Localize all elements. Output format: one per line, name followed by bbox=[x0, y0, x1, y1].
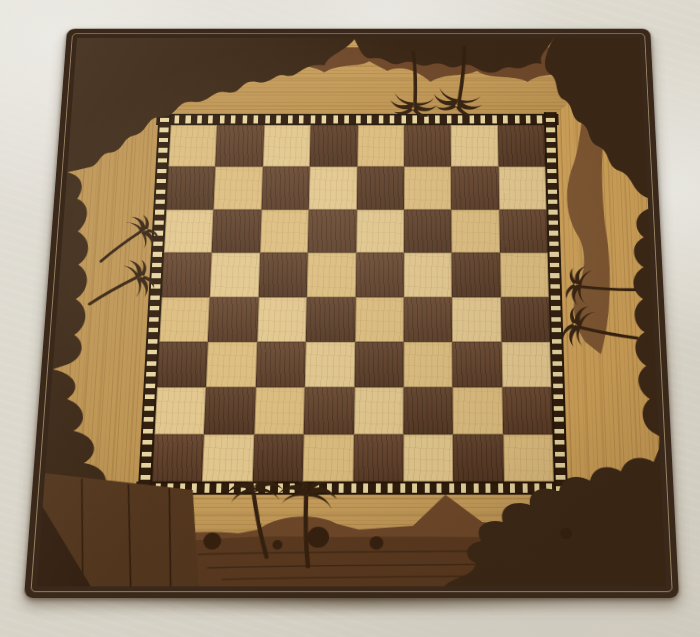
square-g7 bbox=[451, 167, 499, 210]
square-a8 bbox=[168, 125, 217, 167]
square-b8 bbox=[216, 125, 264, 167]
square-d5 bbox=[307, 253, 356, 297]
square-c5 bbox=[258, 253, 307, 297]
scallops-right bbox=[629, 209, 659, 436]
square-d1 bbox=[303, 434, 354, 481]
square-b2 bbox=[204, 387, 255, 434]
square-h6 bbox=[499, 209, 548, 252]
square-f5 bbox=[404, 253, 452, 297]
square-h7 bbox=[498, 167, 546, 210]
board-perspective-wrapper bbox=[24, 29, 679, 598]
square-a4 bbox=[159, 297, 210, 342]
square-c3 bbox=[256, 342, 306, 388]
square-d6 bbox=[308, 209, 356, 252]
square-c2 bbox=[254, 387, 305, 434]
palm-tree-left-2 bbox=[79, 255, 157, 317]
square-c6 bbox=[260, 209, 309, 252]
square-g2 bbox=[453, 387, 503, 434]
square-b4 bbox=[208, 297, 258, 342]
square-f7 bbox=[404, 167, 452, 210]
square-e2 bbox=[354, 387, 404, 434]
square-g1 bbox=[453, 434, 504, 481]
square-e7 bbox=[356, 167, 404, 210]
square-d4 bbox=[306, 297, 355, 342]
square-f1 bbox=[403, 434, 453, 481]
palm-tree-left-1 bbox=[88, 211, 162, 272]
square-c7 bbox=[261, 167, 309, 210]
square-c1 bbox=[253, 434, 304, 481]
square-d7 bbox=[309, 167, 357, 210]
square-e5 bbox=[355, 253, 404, 297]
square-e8 bbox=[357, 125, 404, 167]
square-b6 bbox=[212, 209, 261, 252]
square-h8 bbox=[497, 125, 545, 167]
square-a2 bbox=[155, 387, 207, 434]
square-a7 bbox=[166, 167, 215, 210]
square-g5 bbox=[452, 253, 501, 297]
square-f4 bbox=[404, 297, 453, 342]
square-g4 bbox=[452, 297, 501, 342]
square-h2 bbox=[502, 387, 553, 434]
square-d3 bbox=[305, 342, 355, 388]
square-h4 bbox=[500, 297, 550, 342]
square-d8 bbox=[310, 125, 358, 167]
board-grid bbox=[152, 125, 554, 481]
square-h5 bbox=[500, 253, 549, 297]
square-f2 bbox=[403, 387, 453, 434]
coast-left bbox=[53, 172, 95, 369]
square-c8 bbox=[263, 125, 311, 167]
square-b7 bbox=[214, 167, 263, 210]
square-g3 bbox=[452, 342, 502, 388]
square-b3 bbox=[206, 342, 257, 388]
square-h1 bbox=[503, 434, 554, 481]
square-c4 bbox=[257, 297, 307, 342]
square-e3 bbox=[354, 342, 403, 388]
square-g6 bbox=[451, 209, 499, 252]
square-g8 bbox=[451, 125, 498, 167]
square-a3 bbox=[157, 342, 208, 388]
square-e4 bbox=[355, 297, 404, 342]
chessboard bbox=[24, 29, 679, 598]
square-a1 bbox=[152, 434, 204, 481]
square-f3 bbox=[403, 342, 452, 388]
square-b1 bbox=[202, 434, 254, 481]
square-b5 bbox=[210, 253, 260, 297]
square-d2 bbox=[304, 387, 354, 434]
square-e1 bbox=[353, 434, 403, 481]
square-h3 bbox=[501, 342, 551, 388]
square-f8 bbox=[404, 125, 451, 167]
square-f6 bbox=[404, 209, 452, 252]
square-e6 bbox=[356, 209, 404, 252]
square-a6 bbox=[164, 209, 214, 252]
inlay-planks bbox=[37, 473, 203, 586]
square-a5 bbox=[162, 253, 212, 297]
